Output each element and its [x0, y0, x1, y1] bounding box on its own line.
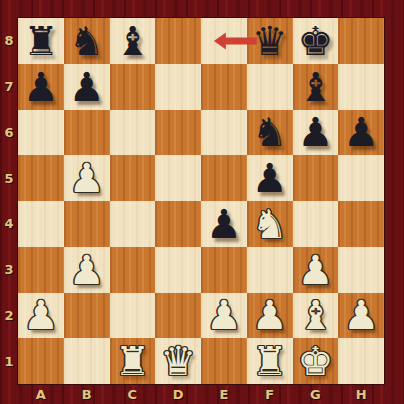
white-rook: ♜ [252, 341, 288, 381]
square-d5[interactable] [155, 155, 201, 201]
square-b4[interactable] [64, 201, 110, 247]
black-pawn: ♟ [206, 204, 242, 244]
rank-label-3: 3 [0, 247, 18, 293]
square-f4[interactable]: ♞ [247, 201, 293, 247]
black-pawn: ♟ [343, 112, 379, 152]
square-b2[interactable] [64, 293, 110, 339]
black-knight: ♞ [69, 21, 105, 61]
square-f7[interactable] [247, 64, 293, 110]
square-f1[interactable]: ♜ [247, 338, 293, 384]
square-h3[interactable] [338, 247, 384, 293]
square-e2[interactable]: ♟ [201, 293, 247, 339]
square-h8[interactable] [338, 18, 384, 64]
black-bishop: ♝ [114, 21, 150, 61]
square-a8[interactable]: ♜ [18, 18, 64, 64]
rank-label-5: 5 [0, 155, 18, 201]
square-g1[interactable]: ♚ [293, 338, 339, 384]
square-a3[interactable] [18, 247, 64, 293]
square-g5[interactable] [293, 155, 339, 201]
square-a5[interactable] [18, 155, 64, 201]
square-c7[interactable] [110, 64, 156, 110]
white-knight: ♞ [252, 204, 288, 244]
file-label-g: G [293, 384, 339, 404]
square-f2[interactable]: ♟ [247, 293, 293, 339]
square-h6[interactable]: ♟ [338, 110, 384, 156]
white-pawn: ♟ [23, 295, 59, 335]
white-pawn: ♟ [69, 250, 105, 290]
square-e4[interactable]: ♟ [201, 201, 247, 247]
square-d7[interactable] [155, 64, 201, 110]
black-pawn: ♟ [252, 158, 288, 198]
square-h2[interactable]: ♟ [338, 293, 384, 339]
square-a4[interactable] [18, 201, 64, 247]
square-g2[interactable]: ♝ [293, 293, 339, 339]
square-e3[interactable] [201, 247, 247, 293]
black-pawn: ♟ [23, 67, 59, 107]
rank-label-4: 4 [0, 201, 18, 247]
square-a2[interactable]: ♟ [18, 293, 64, 339]
file-labels: ABCDEFGH [18, 384, 384, 404]
white-queen: ♛ [160, 341, 196, 381]
square-b7[interactable]: ♟ [64, 64, 110, 110]
file-label-a: A [18, 384, 64, 404]
white-pawn: ♟ [69, 158, 105, 198]
square-b3[interactable]: ♟ [64, 247, 110, 293]
black-knight: ♞ [252, 112, 288, 152]
square-a7[interactable]: ♟ [18, 64, 64, 110]
square-a6[interactable] [18, 110, 64, 156]
black-queen: ♛ [252, 21, 288, 61]
square-c3[interactable] [110, 247, 156, 293]
file-label-d: D [155, 384, 201, 404]
chess-board[interactable]: ♜♞♝♛♚♟♟♝♞♟♟♟♟♟♞♟♟♟♟♟♝♟♜♛♜♚ [18, 18, 384, 384]
square-g4[interactable] [293, 201, 339, 247]
square-a1[interactable] [18, 338, 64, 384]
square-b6[interactable] [64, 110, 110, 156]
square-b1[interactable] [64, 338, 110, 384]
square-h7[interactable] [338, 64, 384, 110]
square-e6[interactable] [201, 110, 247, 156]
white-pawn: ♟ [252, 295, 288, 335]
square-c2[interactable] [110, 293, 156, 339]
square-c1[interactable]: ♜ [110, 338, 156, 384]
square-e8[interactable] [201, 18, 247, 64]
square-b8[interactable]: ♞ [64, 18, 110, 64]
white-bishop: ♝ [297, 295, 333, 335]
file-label-b: B [64, 384, 110, 404]
square-c5[interactable] [110, 155, 156, 201]
white-pawn: ♟ [297, 250, 333, 290]
square-c6[interactable] [110, 110, 156, 156]
square-h5[interactable] [338, 155, 384, 201]
square-g8[interactable]: ♚ [293, 18, 339, 64]
file-label-f: F [247, 384, 293, 404]
square-e7[interactable] [201, 64, 247, 110]
square-e5[interactable] [201, 155, 247, 201]
white-pawn: ♟ [206, 295, 242, 335]
file-label-h: H [338, 384, 384, 404]
square-h4[interactable] [338, 201, 384, 247]
white-rook: ♜ [114, 341, 150, 381]
black-rook: ♜ [23, 21, 59, 61]
black-pawn: ♟ [297, 112, 333, 152]
square-f5[interactable]: ♟ [247, 155, 293, 201]
square-d1[interactable]: ♛ [155, 338, 201, 384]
rank-label-2: 2 [0, 293, 18, 339]
square-g6[interactable]: ♟ [293, 110, 339, 156]
file-label-e: E [201, 384, 247, 404]
square-h1[interactable] [338, 338, 384, 384]
square-d2[interactable] [155, 293, 201, 339]
square-c4[interactable] [110, 201, 156, 247]
square-g7[interactable]: ♝ [293, 64, 339, 110]
square-d8[interactable] [155, 18, 201, 64]
square-g3[interactable]: ♟ [293, 247, 339, 293]
square-f8[interactable]: ♛ [247, 18, 293, 64]
square-b5[interactable]: ♟ [64, 155, 110, 201]
square-c8[interactable]: ♝ [110, 18, 156, 64]
square-f6[interactable]: ♞ [247, 110, 293, 156]
square-d3[interactable] [155, 247, 201, 293]
rank-label-1: 1 [0, 338, 18, 384]
white-pawn: ♟ [343, 295, 379, 335]
square-f3[interactable] [247, 247, 293, 293]
square-d4[interactable] [155, 201, 201, 247]
rank-label-7: 7 [0, 64, 18, 110]
square-e1[interactable] [201, 338, 247, 384]
rank-labels: 87654321 [0, 18, 18, 384]
black-pawn: ♟ [69, 67, 105, 107]
rank-label-8: 8 [0, 18, 18, 64]
rank-label-6: 6 [0, 110, 18, 156]
black-king: ♚ [297, 21, 333, 61]
black-bishop: ♝ [297, 67, 333, 107]
file-label-c: C [110, 384, 156, 404]
white-king: ♚ [297, 341, 333, 381]
square-d6[interactable] [155, 110, 201, 156]
